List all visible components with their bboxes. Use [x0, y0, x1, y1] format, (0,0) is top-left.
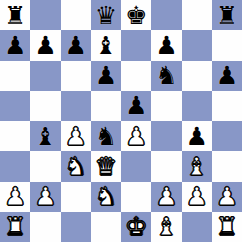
square-e7[interactable]: [121, 30, 151, 60]
white-pawn-b2[interactable]: ♟: [34, 184, 56, 209]
square-h1[interactable]: ♜: [212, 212, 242, 242]
white-queen-d3[interactable]: ♛: [95, 154, 117, 179]
black-pawn-h6[interactable]: ♟: [216, 63, 238, 88]
square-b5[interactable]: [30, 91, 60, 121]
square-h6[interactable]: ♟: [212, 61, 242, 91]
black-knight-f6[interactable]: ♞: [155, 63, 177, 88]
square-e8[interactable]: ♚: [121, 0, 151, 30]
white-bishop-f1[interactable]: ♝: [155, 214, 177, 239]
square-b2[interactable]: ♟: [30, 182, 60, 212]
square-h3[interactable]: [212, 151, 242, 181]
square-d7[interactable]: ♝: [91, 30, 121, 60]
square-g2[interactable]: ♟: [182, 182, 212, 212]
white-pawn-a2[interactable]: ♟: [4, 184, 26, 209]
square-f4[interactable]: [151, 121, 181, 151]
square-h4[interactable]: [212, 121, 242, 151]
square-a2[interactable]: ♟: [0, 182, 30, 212]
square-g8[interactable]: [182, 0, 212, 30]
square-f8[interactable]: [151, 0, 181, 30]
square-d5[interactable]: [91, 91, 121, 121]
square-a1[interactable]: ♜: [0, 212, 30, 242]
square-c6[interactable]: [61, 61, 91, 91]
square-b1[interactable]: [30, 212, 60, 242]
white-pawn-h2[interactable]: ♟: [216, 184, 238, 209]
square-b8[interactable]: [30, 0, 60, 30]
white-rook-a1[interactable]: ♜: [4, 214, 26, 239]
square-e3[interactable]: [121, 151, 151, 181]
white-king-e1[interactable]: ♚: [125, 214, 147, 239]
square-f5[interactable]: [151, 91, 181, 121]
square-a8[interactable]: ♜: [0, 0, 30, 30]
square-b6[interactable]: [30, 61, 60, 91]
black-rook-a8[interactable]: ♜: [4, 3, 26, 28]
white-pawn-e4[interactable]: ♟: [125, 124, 147, 149]
square-e6[interactable]: [121, 61, 151, 91]
square-c4[interactable]: ♟: [61, 121, 91, 151]
square-h7[interactable]: [212, 30, 242, 60]
black-bishop-d7[interactable]: ♝: [95, 33, 117, 58]
square-f7[interactable]: ♟: [151, 30, 181, 60]
square-d1[interactable]: [91, 212, 121, 242]
black-pawn-g4[interactable]: ♟: [185, 124, 207, 149]
square-a7[interactable]: ♟: [0, 30, 30, 60]
black-knight-d4[interactable]: ♞: [95, 124, 117, 149]
square-f3[interactable]: [151, 151, 181, 181]
square-c2[interactable]: [61, 182, 91, 212]
square-f1[interactable]: ♝: [151, 212, 181, 242]
square-h5[interactable]: [212, 91, 242, 121]
square-b3[interactable]: [30, 151, 60, 181]
square-a3[interactable]: [0, 151, 30, 181]
black-pawn-d6[interactable]: ♟: [95, 63, 117, 88]
square-c7[interactable]: ♟: [61, 30, 91, 60]
white-pawn-g2[interactable]: ♟: [185, 184, 207, 209]
square-c1[interactable]: [61, 212, 91, 242]
square-g3[interactable]: ♝: [182, 151, 212, 181]
black-pawn-f7[interactable]: ♟: [155, 33, 177, 58]
square-c3[interactable]: ♞: [61, 151, 91, 181]
square-e2[interactable]: [121, 182, 151, 212]
square-d8[interactable]: ♛: [91, 0, 121, 30]
black-pawn-b7[interactable]: ♟: [34, 33, 56, 58]
square-e4[interactable]: ♟: [121, 121, 151, 151]
square-e1[interactable]: ♚: [121, 212, 151, 242]
chess-board: ♜♛♚♜♟♟♟♝♟♟♞♟♟♝♟♞♟♟♞♛♝♟♟♞♟♟♟♜♚♝♜: [0, 0, 242, 242]
square-a4[interactable]: [0, 121, 30, 151]
black-rook-h8[interactable]: ♜: [216, 3, 238, 28]
white-rook-h1[interactable]: ♜: [216, 214, 238, 239]
square-d6[interactable]: ♟: [91, 61, 121, 91]
square-h8[interactable]: ♜: [212, 0, 242, 30]
square-f2[interactable]: ♟: [151, 182, 181, 212]
black-pawn-c7[interactable]: ♟: [64, 33, 86, 58]
black-pawn-e5[interactable]: ♟: [125, 93, 147, 118]
square-g1[interactable]: [182, 212, 212, 242]
square-a5[interactable]: [0, 91, 30, 121]
black-queen-d8[interactable]: ♛: [95, 3, 117, 28]
white-knight-d2[interactable]: ♞: [95, 184, 117, 209]
square-g6[interactable]: [182, 61, 212, 91]
square-e5[interactable]: ♟: [121, 91, 151, 121]
square-b4[interactable]: ♝: [30, 121, 60, 151]
square-c8[interactable]: [61, 0, 91, 30]
square-b7[interactable]: ♟: [30, 30, 60, 60]
white-bishop-g3[interactable]: ♝: [185, 154, 207, 179]
square-c5[interactable]: [61, 91, 91, 121]
black-bishop-b4[interactable]: ♝: [34, 124, 56, 149]
square-f6[interactable]: ♞: [151, 61, 181, 91]
square-g7[interactable]: [182, 30, 212, 60]
white-knight-c3[interactable]: ♞: [64, 154, 86, 179]
square-d2[interactable]: ♞: [91, 182, 121, 212]
black-king-e8[interactable]: ♚: [125, 3, 147, 28]
square-h2[interactable]: ♟: [212, 182, 242, 212]
square-d3[interactable]: ♛: [91, 151, 121, 181]
white-pawn-f2[interactable]: ♟: [155, 184, 177, 209]
square-g4[interactable]: ♟: [182, 121, 212, 151]
square-a6[interactable]: [0, 61, 30, 91]
white-pawn-c4[interactable]: ♟: [64, 124, 86, 149]
square-g5[interactable]: [182, 91, 212, 121]
square-d4[interactable]: ♞: [91, 121, 121, 151]
black-pawn-a7[interactable]: ♟: [4, 33, 26, 58]
